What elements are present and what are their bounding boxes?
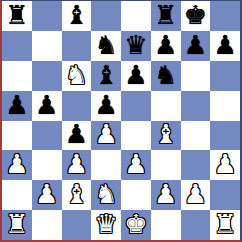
square-a4[interactable] <box>2 121 32 151</box>
square-h1[interactable]: ♜ <box>210 210 240 240</box>
square-e1[interactable]: ♚ <box>121 210 151 240</box>
square-b8[interactable] <box>32 1 62 31</box>
piece-black-knight[interactable]: ♞ <box>94 32 117 58</box>
square-g2[interactable]: ♟ <box>181 180 211 210</box>
square-c4[interactable]: ♟ <box>62 121 92 151</box>
piece-white-pawn[interactable]: ♟ <box>94 121 117 147</box>
square-e7[interactable]: ♛ <box>121 31 151 61</box>
piece-white-knight[interactable]: ♞ <box>94 181 117 207</box>
square-f8[interactable]: ♜ <box>151 1 181 31</box>
square-e5[interactable] <box>121 91 151 121</box>
square-d1[interactable]: ♛ <box>91 210 121 240</box>
square-g3[interactable] <box>181 150 211 180</box>
square-h4[interactable] <box>210 121 240 151</box>
square-b3[interactable] <box>32 150 62 180</box>
piece-white-knight[interactable]: ♞ <box>65 62 88 88</box>
square-a8[interactable]: ♜ <box>2 1 32 31</box>
square-c6[interactable]: ♞ <box>62 61 92 91</box>
square-c7[interactable] <box>62 31 92 61</box>
square-f2[interactable]: ♟ <box>151 180 181 210</box>
piece-white-pawn[interactable]: ♟ <box>213 151 236 177</box>
piece-white-pawn[interactable]: ♟ <box>65 151 88 177</box>
square-d8[interactable] <box>91 1 121 31</box>
square-e4[interactable] <box>121 121 151 151</box>
square-f3[interactable] <box>151 150 181 180</box>
square-c3[interactable]: ♟ <box>62 150 92 180</box>
square-a7[interactable] <box>2 31 32 61</box>
square-d5[interactable]: ♟ <box>91 91 121 121</box>
square-d3[interactable] <box>91 150 121 180</box>
piece-black-pawn[interactable]: ♟ <box>94 92 117 118</box>
piece-black-queen[interactable]: ♛ <box>124 32 147 58</box>
square-f5[interactable] <box>151 91 181 121</box>
piece-black-rook[interactable]: ♜ <box>5 2 28 28</box>
square-h5[interactable] <box>210 91 240 121</box>
piece-white-pawn[interactable]: ♟ <box>154 181 177 207</box>
square-g7[interactable]: ♟ <box>181 31 211 61</box>
square-h7[interactable]: ♟ <box>210 31 240 61</box>
square-f4[interactable]: ♝ <box>151 121 181 151</box>
piece-white-pawn[interactable]: ♟ <box>184 181 207 207</box>
board-frame: ♜♝♜♚♞♛♟♟♟♞♝♟♞♟♟♟♟♟♝♟♟♟♟♟♝♞♟♟♜♛♚♜ <box>0 0 242 242</box>
piece-white-pawn[interactable]: ♟ <box>124 151 147 177</box>
piece-black-pawn[interactable]: ♟ <box>154 32 177 58</box>
square-g6[interactable] <box>181 61 211 91</box>
square-c5[interactable] <box>62 91 92 121</box>
piece-black-pawn[interactable]: ♟ <box>184 32 207 58</box>
square-h3[interactable]: ♟ <box>210 150 240 180</box>
piece-white-bishop[interactable]: ♝ <box>154 121 177 147</box>
square-c1[interactable] <box>62 210 92 240</box>
square-c2[interactable]: ♝ <box>62 180 92 210</box>
square-e8[interactable] <box>121 1 151 31</box>
piece-white-pawn[interactable]: ♟ <box>35 181 58 207</box>
square-b6[interactable] <box>32 61 62 91</box>
square-e6[interactable]: ♟ <box>121 61 151 91</box>
square-f7[interactable]: ♟ <box>151 31 181 61</box>
square-g5[interactable] <box>181 91 211 121</box>
square-h6[interactable] <box>210 61 240 91</box>
square-e3[interactable]: ♟ <box>121 150 151 180</box>
piece-black-pawn[interactable]: ♟ <box>35 92 58 118</box>
piece-white-pawn[interactable]: ♟ <box>5 151 28 177</box>
piece-black-pawn[interactable]: ♟ <box>213 32 236 58</box>
square-d2[interactable]: ♞ <box>91 180 121 210</box>
piece-white-rook[interactable]: ♜ <box>5 211 28 237</box>
square-b2[interactable]: ♟ <box>32 180 62 210</box>
square-f1[interactable] <box>151 210 181 240</box>
square-a2[interactable] <box>2 180 32 210</box>
square-b4[interactable] <box>32 121 62 151</box>
piece-white-rook[interactable]: ♜ <box>213 211 236 237</box>
piece-black-pawn[interactable]: ♟ <box>124 62 147 88</box>
square-a6[interactable] <box>2 61 32 91</box>
square-h8[interactable] <box>210 1 240 31</box>
square-g8[interactable]: ♚ <box>181 1 211 31</box>
square-d4[interactable]: ♟ <box>91 121 121 151</box>
square-d6[interactable]: ♝ <box>91 61 121 91</box>
square-b5[interactable]: ♟ <box>32 91 62 121</box>
piece-black-bishop[interactable]: ♝ <box>65 2 88 28</box>
square-h2[interactable] <box>210 180 240 210</box>
square-b7[interactable] <box>32 31 62 61</box>
piece-black-king[interactable]: ♚ <box>184 2 207 28</box>
square-g4[interactable] <box>181 121 211 151</box>
piece-black-knight[interactable]: ♞ <box>154 62 177 88</box>
piece-black-pawn[interactable]: ♟ <box>65 121 88 147</box>
square-a3[interactable]: ♟ <box>2 150 32 180</box>
square-g1[interactable] <box>181 210 211 240</box>
chess-board: ♜♝♜♚♞♛♟♟♟♞♝♟♞♟♟♟♟♟♝♟♟♟♟♟♝♞♟♟♜♛♚♜ <box>2 1 240 240</box>
piece-black-bishop[interactable]: ♝ <box>94 62 117 88</box>
square-b1[interactable] <box>32 210 62 240</box>
square-d7[interactable]: ♞ <box>91 31 121 61</box>
square-a5[interactable]: ♟ <box>2 91 32 121</box>
square-f6[interactable]: ♞ <box>151 61 181 91</box>
piece-white-bishop[interactable]: ♝ <box>65 181 88 207</box>
square-a1[interactable]: ♜ <box>2 210 32 240</box>
piece-black-pawn[interactable]: ♟ <box>5 92 28 118</box>
piece-white-queen[interactable]: ♛ <box>94 211 117 237</box>
square-c8[interactable]: ♝ <box>62 1 92 31</box>
piece-black-rook[interactable]: ♜ <box>154 2 177 28</box>
square-e2[interactable] <box>121 180 151 210</box>
piece-white-king[interactable]: ♚ <box>124 211 147 237</box>
